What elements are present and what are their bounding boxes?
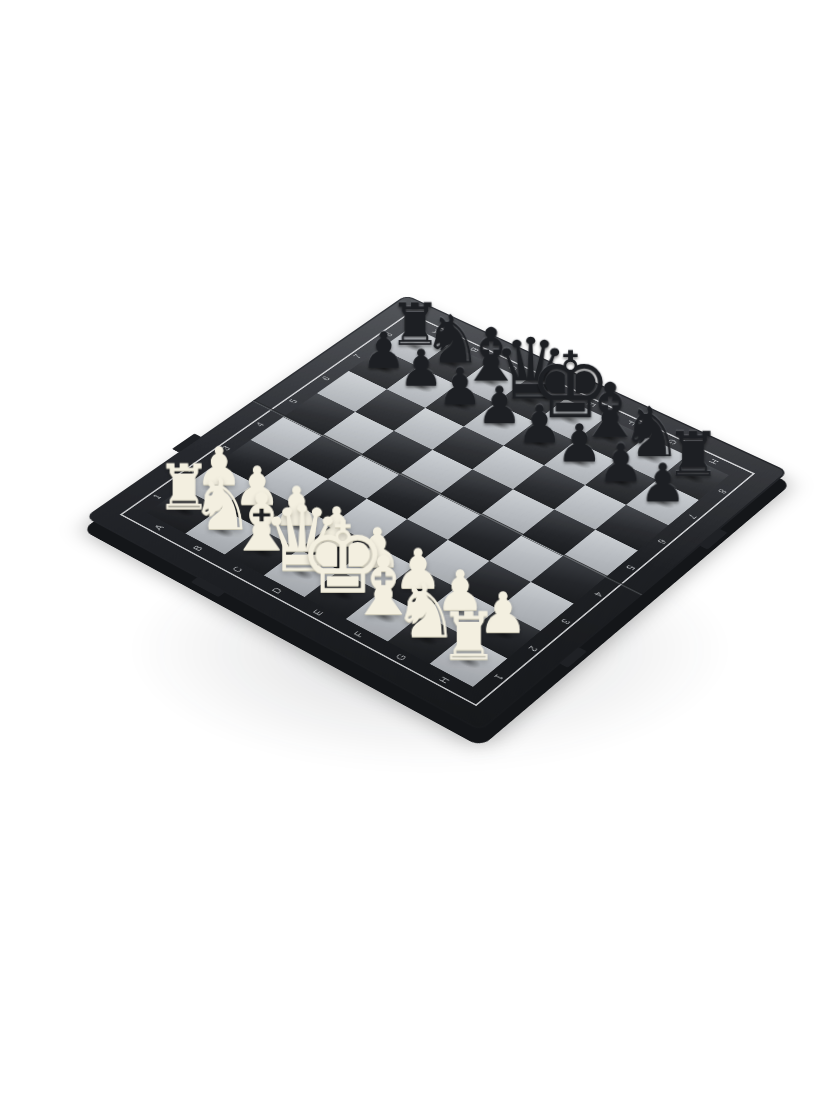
rank-label-left-text-4: 4 (255, 421, 266, 427)
white-rook-glyph: ♜ (411, 604, 527, 670)
photo-scene: ABCDEFGH ABCDEFGH 87654321 87654321 ♜♞♝♛… (0, 0, 825, 1100)
rank-label-right-text-2: 2 (526, 645, 538, 653)
rank-label-left-text-6: 6 (321, 376, 332, 382)
rank-label-left-text-5: 5 (288, 398, 299, 404)
black-pawn-glyph: ♟ (608, 456, 717, 509)
